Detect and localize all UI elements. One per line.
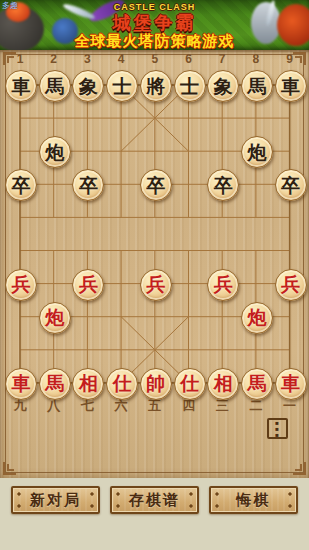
piece-glyph: 卒 [281,176,300,195]
board-grid-lines [0,50,309,478]
piece-red[interactable]: 車 [275,368,307,400]
piece-glyph: 卒 [146,176,165,195]
piece-glyph: 相 [79,374,98,393]
piece-black[interactable]: 士 [106,70,138,102]
piece-glyph: 象 [214,77,233,96]
piece-glyph: 兵 [79,275,98,294]
piece-red[interactable]: 馬 [241,368,273,400]
piece-black[interactable]: 象 [207,70,239,102]
piece-black[interactable]: 車 [275,70,307,102]
ad-banner[interactable]: 多趣 CASTLE CLASH 城堡争霸 全球最火塔防策略游戏 [0,0,309,50]
piece-glyph: 士 [113,77,132,96]
more-options-button[interactable]: ■ ■ ■ [267,418,288,439]
new-game-button[interactable]: 新对局 [11,486,100,514]
piece-glyph: 炮 [45,308,64,327]
piece-red[interactable]: 帥 [140,368,172,400]
piece-glyph: 兵 [281,275,300,294]
piece-glyph: 卒 [12,176,31,195]
piece-red[interactable]: 炮 [241,302,273,334]
piece-glyph: 車 [12,77,31,96]
piece-red[interactable]: 仕 [106,368,138,400]
piece-red[interactable]: 車 [5,368,37,400]
piece-red[interactable]: 兵 [72,269,104,301]
piece-glyph: 兵 [146,275,165,294]
piece-black[interactable]: 馬 [241,70,273,102]
piece-black[interactable]: 士 [174,70,206,102]
piece-red[interactable]: 兵 [140,269,172,301]
xiangqi-board[interactable]: ■ ■ ■ 123456789九八七六五四三二一車馬象士將士象馬車炮炮卒卒卒卒卒… [0,50,309,478]
piece-glyph: 卒 [214,176,233,195]
piece-red[interactable]: 兵 [207,269,239,301]
piece-glyph: 車 [12,374,31,393]
piece-glyph: 馬 [247,374,266,393]
piece-glyph: 象 [79,77,98,96]
xiangqi-app: { "banner": { "watermark": "多趣", "logo_t… [0,0,309,550]
piece-glyph: 兵 [214,275,233,294]
piece-black[interactable]: 卒 [140,169,172,201]
piece-black[interactable]: 炮 [39,136,71,168]
piece-black[interactable]: 車 [5,70,37,102]
piece-glyph: 帥 [146,374,165,393]
piece-black[interactable]: 炮 [241,136,273,168]
piece-glyph: 士 [180,77,199,96]
piece-glyph: 將 [146,77,165,96]
watermark-label: 多趣 [2,1,18,10]
save-record-button[interactable]: 存棋谱 [110,486,199,514]
piece-glyph: 兵 [12,275,31,294]
piece-glyph: 相 [214,374,233,393]
piece-glyph: 馬 [45,374,64,393]
piece-black[interactable]: 馬 [39,70,71,102]
piece-black[interactable]: 將 [140,70,172,102]
piece-glyph: 車 [281,374,300,393]
piece-glyph: 車 [281,77,300,96]
piece-red[interactable]: 兵 [5,269,37,301]
piece-black[interactable]: 卒 [275,169,307,201]
undo-move-button[interactable]: 悔棋 [209,486,298,514]
piece-glyph: 馬 [247,77,266,96]
piece-red[interactable]: 炮 [39,302,71,334]
piece-red[interactable]: 仕 [174,368,206,400]
piece-red[interactable]: 馬 [39,368,71,400]
piece-glyph: 仕 [180,374,199,393]
piece-glyph: 炮 [247,143,266,162]
piece-glyph: 卒 [79,176,98,195]
ad-tagline: 全球最火塔防策略游戏 [0,32,309,50]
piece-red[interactable]: 相 [207,368,239,400]
piece-glyph: 炮 [45,143,64,162]
piece-red[interactable]: 兵 [275,269,307,301]
piece-glyph: 仕 [113,374,132,393]
piece-glyph: 炮 [247,308,266,327]
piece-glyph: 馬 [45,77,64,96]
control-bar: 新对局 存棋谱 悔棋 [0,486,309,516]
